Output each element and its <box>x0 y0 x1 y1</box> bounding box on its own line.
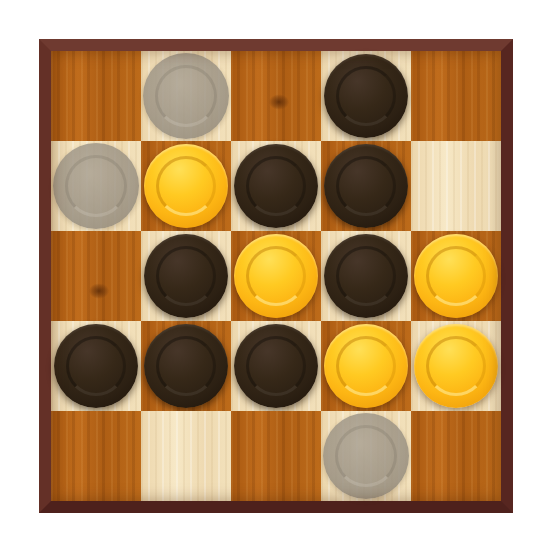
square-r3c3[interactable] <box>231 231 321 321</box>
dark-piece[interactable] <box>324 144 408 228</box>
ghost-piece[interactable] <box>323 413 409 499</box>
dark-piece[interactable] <box>54 324 138 408</box>
square-r5c5[interactable] <box>411 411 501 501</box>
square-r4c2[interactable] <box>141 321 231 411</box>
yellow-piece[interactable] <box>234 234 318 318</box>
square-r1c5[interactable] <box>411 51 501 141</box>
square-r2c3[interactable] <box>231 141 321 231</box>
square-r2c1[interactable] <box>51 141 141 231</box>
board-frame <box>39 39 513 513</box>
yellow-piece[interactable] <box>144 144 228 228</box>
square-r5c1[interactable] <box>51 411 141 501</box>
square-r3c1[interactable] <box>51 231 141 321</box>
wood-knot <box>86 281 112 301</box>
dark-piece[interactable] <box>144 324 228 408</box>
square-r3c4[interactable] <box>321 231 411 321</box>
square-r4c1[interactable] <box>51 321 141 411</box>
square-r4c3[interactable] <box>231 321 321 411</box>
square-r1c4[interactable] <box>321 51 411 141</box>
square-r5c2[interactable] <box>141 411 231 501</box>
yellow-piece[interactable] <box>324 324 408 408</box>
wood-knot <box>266 92 292 112</box>
dark-piece[interactable] <box>144 234 228 318</box>
ghost-piece[interactable] <box>53 143 139 229</box>
dark-piece[interactable] <box>324 234 408 318</box>
square-r1c1[interactable] <box>51 51 141 141</box>
square-r5c4[interactable] <box>321 411 411 501</box>
dark-piece[interactable] <box>234 144 318 228</box>
square-r3c5[interactable] <box>411 231 501 321</box>
checkers-board <box>51 51 501 501</box>
yellow-piece[interactable] <box>414 234 498 318</box>
ghost-piece[interactable] <box>143 53 229 139</box>
yellow-piece[interactable] <box>414 324 498 408</box>
dark-piece[interactable] <box>234 324 318 408</box>
square-r3c2[interactable] <box>141 231 231 321</box>
square-r2c5[interactable] <box>411 141 501 231</box>
square-r1c3[interactable] <box>231 51 321 141</box>
square-r5c3[interactable] <box>231 411 321 501</box>
square-r4c4[interactable] <box>321 321 411 411</box>
square-r1c2[interactable] <box>141 51 231 141</box>
dark-piece[interactable] <box>324 54 408 138</box>
game-screen <box>0 0 550 550</box>
square-r2c4[interactable] <box>321 141 411 231</box>
square-r2c2[interactable] <box>141 141 231 231</box>
square-r4c5[interactable] <box>411 321 501 411</box>
